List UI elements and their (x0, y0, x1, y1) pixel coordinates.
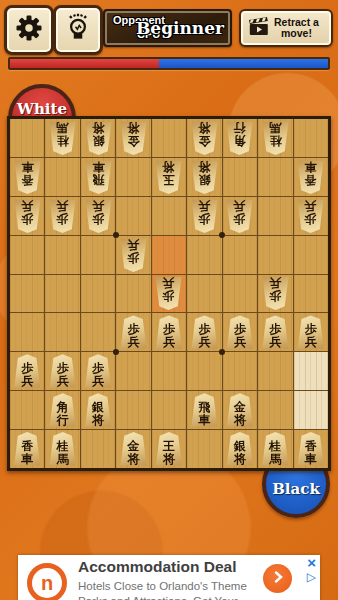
shogi-piece-white[interactable]: 歩兵 (296, 199, 325, 233)
shogi-piece-white[interactable]: 歩兵 (13, 199, 42, 233)
piece-kanji: 角 (234, 134, 246, 147)
shogi-piece-white[interactable]: 金将 (119, 121, 148, 155)
piece-kanji: 歩 (92, 212, 104, 225)
board-cell-4i[interactable] (187, 430, 221, 468)
shogi-piece-white[interactable]: 歩兵 (84, 199, 113, 233)
piece-kanji: 金 (198, 134, 210, 147)
shogi-piece-white[interactable]: 香車 (13, 160, 42, 194)
shogi-piece-black[interactable]: 桂馬 (48, 432, 77, 466)
black-share-bar (159, 59, 328, 68)
piece-kanji: 兵 (92, 199, 104, 212)
shogi-piece-black[interactable]: 金将 (119, 432, 148, 466)
board-cell-9a[interactable] (10, 119, 44, 157)
shogi-piece-black[interactable]: 歩兵 (13, 354, 42, 388)
board-cell-8h[interactable]: 角行 (45, 391, 79, 429)
ad-logo-letter: n (41, 572, 53, 595)
board-cell-9h[interactable] (10, 391, 44, 429)
piece-kanji: 将 (198, 121, 210, 134)
board-cell-9g[interactable]: 歩兵 (10, 352, 44, 390)
board-cell-2c[interactable] (258, 197, 292, 235)
ad-close-icon[interactable]: × (307, 555, 316, 571)
board-cell-8g[interactable]: 歩兵 (45, 352, 79, 390)
piece-kanji: 歩 (163, 289, 175, 302)
piece-kanji: 兵 (198, 199, 210, 212)
shogi-piece-white[interactable]: 歩兵 (190, 199, 219, 233)
board-grid: 桂馬銀将金将金将角行桂馬香車飛車玉将銀将香車歩兵歩兵歩兵歩兵歩兵歩兵歩兵歩兵歩兵… (10, 119, 328, 468)
piece-kanji: 車 (198, 414, 210, 427)
retract-move-button[interactable]: Retract a move! (239, 9, 333, 47)
board-cell-2i[interactable]: 桂馬 (258, 430, 292, 468)
board-cell-1b[interactable]: 香車 (294, 158, 328, 196)
board-cell-8e[interactable] (45, 275, 79, 313)
piece-kanji: 兵 (305, 336, 317, 349)
shogi-piece-white[interactable]: 飛車 (84, 160, 113, 194)
lightbulb-icon (63, 13, 93, 47)
piece-kanji: 車 (21, 160, 33, 173)
piece-kanji: 馬 (57, 121, 69, 134)
piece-kanji: 香 (305, 173, 317, 186)
board-cell-7d[interactable] (81, 236, 115, 274)
board-cell-1h[interactable] (294, 391, 328, 429)
board-cell-7i[interactable] (81, 430, 115, 468)
star-point (219, 232, 225, 238)
star-point (219, 349, 225, 355)
board-cell-6d[interactable]: 歩兵 (116, 236, 150, 274)
shogi-piece-black[interactable]: 飛車 (190, 393, 219, 427)
piece-kanji: 兵 (234, 336, 246, 349)
piece-kanji: 馬 (57, 453, 69, 466)
opponent-panel: Opponent CPU Beginner (103, 9, 232, 47)
gear-icon (14, 13, 44, 47)
evaluation-bar (8, 57, 330, 70)
board-cell-4c[interactable]: 歩兵 (187, 197, 221, 235)
piece-kanji: 車 (92, 160, 104, 173)
piece-kanji: 行 (57, 414, 69, 427)
piece-kanji: 兵 (198, 336, 210, 349)
piece-kanji: 銀 (198, 173, 210, 186)
piece-kanji: 将 (92, 414, 104, 427)
piece-kanji: 桂 (269, 134, 281, 147)
piece-kanji: 兵 (21, 199, 33, 212)
piece-kanji: 馬 (269, 453, 281, 466)
board-cell-1a[interactable] (294, 119, 328, 157)
board-cell-9b[interactable]: 香車 (10, 158, 44, 196)
board-cell-8i[interactable]: 桂馬 (45, 430, 79, 468)
board-cell-1f[interactable]: 歩兵 (294, 313, 328, 351)
shogi-piece-white[interactable]: 歩兵 (225, 199, 254, 233)
ad-banner[interactable]: n Accommodation Deal Hotels Close to Orl… (18, 555, 320, 600)
piece-kanji: 将 (92, 121, 104, 134)
shogi-piece-black[interactable]: 歩兵 (261, 315, 290, 349)
board-cell-2e[interactable]: 歩兵 (258, 275, 292, 313)
board-cell-9i[interactable]: 香車 (10, 430, 44, 468)
board-cell-3g[interactable] (223, 352, 257, 390)
board-cell-6i[interactable]: 金将 (116, 430, 150, 468)
piece-kanji: 歩 (57, 212, 69, 225)
piece-kanji: 金 (128, 134, 140, 147)
piece-kanji: 将 (128, 453, 140, 466)
star-point (113, 349, 119, 355)
shogi-piece-black[interactable]: 角行 (48, 393, 77, 427)
app-screen: Opponent CPU Beginner Retract a move! (0, 0, 338, 600)
board-cell-5c[interactable] (152, 197, 186, 235)
board-cell-5h[interactable] (152, 391, 186, 429)
piece-kanji: 兵 (269, 276, 281, 289)
board-cell-8d[interactable] (45, 236, 79, 274)
board-cell-4a[interactable]: 金将 (187, 119, 221, 157)
piece-kanji: 馬 (269, 121, 281, 134)
board-cell-9e[interactable] (10, 275, 44, 313)
board-cell-4e[interactable] (187, 275, 221, 313)
chevron-right-icon (271, 570, 285, 588)
board-cell-3e[interactable] (223, 275, 257, 313)
star-point (113, 232, 119, 238)
board-cell-1d[interactable] (294, 236, 328, 274)
piece-kanji: 将 (198, 160, 210, 173)
shogi-piece-black[interactable]: 銀将 (225, 432, 254, 466)
board-cell-2a[interactable]: 桂馬 (258, 119, 292, 157)
board-cell-3a[interactable]: 角行 (223, 119, 257, 157)
board-cell-6b[interactable] (116, 158, 150, 196)
piece-kanji: 車 (305, 160, 317, 173)
board-cell-5a[interactable] (152, 119, 186, 157)
piece-kanji: 歩 (305, 212, 317, 225)
board-cell-9f[interactable] (10, 313, 44, 351)
board-cell-7c[interactable]: 歩兵 (81, 197, 115, 235)
board-cell-6c[interactable] (116, 197, 150, 235)
shogi-piece-white[interactable]: 歩兵 (119, 238, 148, 272)
ad-subtitle: Hotels Close to Orlando's ThemeParks and… (78, 579, 248, 600)
board-cell-6f[interactable]: 歩兵 (116, 313, 150, 351)
hint-button[interactable] (53, 5, 103, 55)
board-cell-4d[interactable] (187, 236, 221, 274)
piece-kanji: 将 (163, 160, 175, 173)
piece-kanji: 歩 (21, 212, 33, 225)
piece-kanji: 兵 (128, 336, 140, 349)
board-cell-3h[interactable]: 金将 (223, 391, 257, 429)
retract-label: Retract a move! (274, 17, 319, 39)
piece-kanji: 将 (234, 414, 246, 427)
board-cell-6e[interactable] (116, 275, 150, 313)
board-cell-5g[interactable] (152, 352, 186, 390)
board-cell-3f[interactable]: 歩兵 (223, 313, 257, 351)
board-cell-3c[interactable]: 歩兵 (223, 197, 257, 235)
piece-kanji: 歩 (234, 212, 246, 225)
board-cell-9d[interactable] (10, 236, 44, 274)
shogi-piece-black[interactable]: 歩兵 (154, 315, 183, 349)
board-cell-5f[interactable]: 歩兵 (152, 313, 186, 351)
board-cell-7f[interactable] (81, 313, 115, 351)
piece-kanji: 兵 (128, 238, 140, 251)
ad-cta-button[interactable] (263, 564, 292, 593)
piece-kanji: 兵 (163, 276, 175, 289)
board-cell-8b[interactable] (45, 158, 79, 196)
shogi-piece-black[interactable]: 桂馬 (261, 432, 290, 466)
ad-title: Accommodation Deal (78, 558, 236, 576)
shogi-piece-white[interactable]: 玉将 (154, 160, 183, 194)
shogi-piece-white[interactable]: 銀将 (84, 121, 113, 155)
board-cell-8c[interactable]: 歩兵 (45, 197, 79, 235)
board-cell-6h[interactable] (116, 391, 150, 429)
board-cell-1c[interactable]: 歩兵 (294, 197, 328, 235)
piece-kanji: 歩 (128, 251, 140, 264)
piece-kanji: 将 (128, 121, 140, 134)
piece-kanji: 兵 (21, 375, 33, 388)
settings-button[interactable] (4, 5, 54, 55)
board-cell-2f[interactable]: 歩兵 (258, 313, 292, 351)
shogi-piece-white[interactable]: 角行 (225, 121, 254, 155)
board-cell-3b[interactable] (223, 158, 257, 196)
board-cell-4b[interactable]: 銀将 (187, 158, 221, 196)
piece-kanji: 兵 (305, 199, 317, 212)
shogi-piece-black[interactable]: 歩兵 (225, 315, 254, 349)
piece-kanji: 兵 (57, 199, 69, 212)
board-cell-7g[interactable]: 歩兵 (81, 352, 115, 390)
board-cell-5d[interactable] (152, 236, 186, 274)
shogi-piece-white[interactable]: 歩兵 (154, 276, 183, 310)
difficulty-label: Beginner (136, 18, 224, 38)
board-cell-6g[interactable] (116, 352, 150, 390)
board-cell-7e[interactable] (81, 275, 115, 313)
piece-kanji: 兵 (163, 336, 175, 349)
board-cell-7h[interactable]: 銀将 (81, 391, 115, 429)
piece-kanji: 玉 (163, 173, 175, 186)
piece-kanji: 香 (21, 173, 33, 186)
piece-kanji: 兵 (234, 199, 246, 212)
board-cell-8f[interactable] (45, 313, 79, 351)
board-cell-1i[interactable]: 香車 (294, 430, 328, 468)
board-cell-1e[interactable] (294, 275, 328, 313)
board-cell-6a[interactable]: 金将 (116, 119, 150, 157)
clapperboard-icon (246, 14, 270, 42)
shogi-board: 桂馬銀将金将金将角行桂馬香車飛車玉将銀将香車歩兵歩兵歩兵歩兵歩兵歩兵歩兵歩兵歩兵… (7, 116, 331, 471)
shogi-piece-black[interactable]: 王将 (154, 432, 183, 466)
shogi-piece-white[interactable]: 金将 (190, 121, 219, 155)
shogi-piece-black[interactable]: 銀将 (84, 393, 113, 427)
black-player-label: Black (272, 480, 320, 498)
board-cell-5b[interactable]: 玉将 (152, 158, 186, 196)
shogi-piece-black[interactable]: 歩兵 (84, 354, 113, 388)
board-cell-5i[interactable]: 王将 (152, 430, 186, 468)
board-cell-3d[interactable] (223, 236, 257, 274)
board-cell-4f[interactable]: 歩兵 (187, 313, 221, 351)
shogi-piece-black[interactable]: 歩兵 (48, 354, 77, 388)
shogi-piece-white[interactable]: 香車 (296, 160, 325, 194)
shogi-piece-black[interactable]: 歩兵 (296, 315, 325, 349)
shogi-piece-black[interactable]: 香車 (13, 432, 42, 466)
piece-kanji: 歩 (198, 212, 210, 225)
board-cell-2h[interactable] (258, 391, 292, 429)
board-cell-4g[interactable] (187, 352, 221, 390)
piece-kanji: 兵 (92, 375, 104, 388)
shogi-piece-black[interactable]: 香車 (296, 432, 325, 466)
adchoices-icon[interactable]: ▷ (307, 571, 316, 583)
board-cell-5e[interactable]: 歩兵 (152, 275, 186, 313)
piece-kanji: 将 (234, 453, 246, 466)
piece-kanji: 将 (163, 453, 175, 466)
board-cell-1g[interactable] (294, 352, 328, 390)
shogi-piece-white[interactable]: 桂馬 (261, 121, 290, 155)
board-cell-9c[interactable]: 歩兵 (10, 197, 44, 235)
board-cell-7b[interactable]: 飛車 (81, 158, 115, 196)
board-cell-8a[interactable]: 桂馬 (45, 119, 79, 157)
piece-kanji: 桂 (57, 134, 69, 147)
board-cell-3i[interactable]: 銀将 (223, 430, 257, 468)
piece-kanji: 飛 (92, 173, 104, 186)
shogi-piece-black[interactable]: 歩兵 (119, 315, 148, 349)
ad-logo: n (27, 563, 67, 600)
shogi-piece-white[interactable]: 桂馬 (48, 121, 77, 155)
piece-kanji: 兵 (269, 336, 281, 349)
piece-kanji: 歩 (269, 289, 281, 302)
board-cell-2b[interactable] (258, 158, 292, 196)
piece-kanji: 行 (234, 121, 246, 134)
piece-kanji: 車 (305, 453, 317, 466)
piece-kanji: 車 (21, 453, 33, 466)
shogi-piece-white[interactable]: 歩兵 (261, 276, 290, 310)
piece-kanji: 兵 (57, 375, 69, 388)
board-cell-4h[interactable]: 飛車 (187, 391, 221, 429)
board-cell-7a[interactable]: 銀将 (81, 119, 115, 157)
shogi-piece-black[interactable]: 歩兵 (190, 315, 219, 349)
shogi-piece-white[interactable]: 歩兵 (48, 199, 77, 233)
board-cell-2g[interactable] (258, 352, 292, 390)
shogi-piece-black[interactable]: 金将 (225, 393, 254, 427)
white-share-bar (10, 59, 159, 68)
board-cell-2d[interactable] (258, 236, 292, 274)
shogi-piece-white[interactable]: 銀将 (190, 160, 219, 194)
piece-kanji: 銀 (92, 134, 104, 147)
